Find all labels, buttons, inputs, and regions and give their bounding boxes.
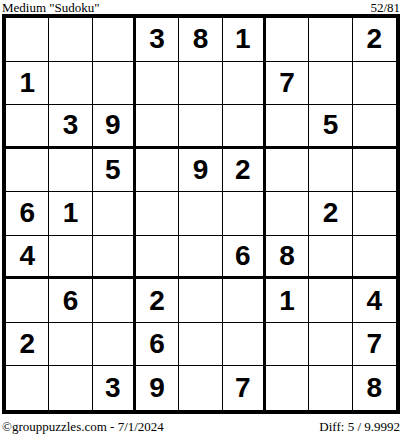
cell-r9c7[interactable] xyxy=(266,366,309,410)
cell-r2c1: 1 xyxy=(6,62,49,106)
cell-r2c6[interactable] xyxy=(223,62,266,106)
cell-r3c5[interactable] xyxy=(179,105,222,149)
cell-r8c2[interactable] xyxy=(49,323,92,367)
cell-r8c9: 7 xyxy=(353,323,396,367)
cell-r2c8[interactable] xyxy=(309,62,352,106)
cell-r2c9[interactable] xyxy=(353,62,396,106)
cell-r5c8: 2 xyxy=(309,192,352,236)
cell-r6c4[interactable] xyxy=(136,236,179,280)
copyright-date: ©grouppuzzles.com - 7/1/2024 xyxy=(2,420,164,434)
cell-r7c3[interactable] xyxy=(93,279,136,323)
cell-r2c3[interactable] xyxy=(93,62,136,106)
cell-r6c3[interactable] xyxy=(93,236,136,280)
cell-r3c1[interactable] xyxy=(6,105,49,149)
cell-r1c3[interactable] xyxy=(93,18,136,62)
cell-r6c5[interactable] xyxy=(179,236,222,280)
cell-r3c4[interactable] xyxy=(136,105,179,149)
cell-r1c1[interactable] xyxy=(6,18,49,62)
cell-r2c7: 7 xyxy=(266,62,309,106)
cell-r2c5[interactable] xyxy=(179,62,222,106)
cell-r7c9: 4 xyxy=(353,279,396,323)
puzzle-title: Medium "Sudoku" xyxy=(2,1,100,14)
sudoku-board: 38121739559261246862142673978 xyxy=(2,14,400,414)
cell-r1c9: 2 xyxy=(353,18,396,62)
cell-r5c6[interactable] xyxy=(223,192,266,236)
cell-r3c3: 9 xyxy=(93,105,136,149)
cell-r3c7[interactable] xyxy=(266,105,309,149)
cell-r2c2[interactable] xyxy=(49,62,92,106)
sudoku-page: Medium "Sudoku" 52/81 381217395592612468… xyxy=(0,0,403,437)
cell-r8c8[interactable] xyxy=(309,323,352,367)
cell-r5c9[interactable] xyxy=(353,192,396,236)
cell-r8c7[interactable] xyxy=(266,323,309,367)
cell-r4c7[interactable] xyxy=(266,149,309,193)
cell-r5c5[interactable] xyxy=(179,192,222,236)
cell-r4c4[interactable] xyxy=(136,149,179,193)
cell-r5c1: 6 xyxy=(6,192,49,236)
cell-r2c4[interactable] xyxy=(136,62,179,106)
footer: ©grouppuzzles.com - 7/1/2024 Diff: 5 / 9… xyxy=(0,414,403,434)
cell-r6c2[interactable] xyxy=(49,236,92,280)
cell-r9c8[interactable] xyxy=(309,366,352,410)
cell-r8c4: 6 xyxy=(136,323,179,367)
header: Medium "Sudoku" 52/81 xyxy=(0,0,403,14)
cell-r6c9[interactable] xyxy=(353,236,396,280)
cell-r5c3[interactable] xyxy=(93,192,136,236)
cell-r5c7[interactable] xyxy=(266,192,309,236)
cell-r8c3[interactable] xyxy=(93,323,136,367)
cell-r9c5[interactable] xyxy=(179,366,222,410)
cell-r7c7: 1 xyxy=(266,279,309,323)
cell-r1c7[interactable] xyxy=(266,18,309,62)
cell-r9c6: 7 xyxy=(223,366,266,410)
cell-r4c5: 9 xyxy=(179,149,222,193)
cell-r6c1: 4 xyxy=(6,236,49,280)
cell-r9c3: 3 xyxy=(93,366,136,410)
cell-r1c4: 3 xyxy=(136,18,179,62)
cell-r9c1[interactable] xyxy=(6,366,49,410)
cell-r7c4: 2 xyxy=(136,279,179,323)
cell-r1c6: 1 xyxy=(223,18,266,62)
cell-r1c8[interactable] xyxy=(309,18,352,62)
cell-r4c6: 2 xyxy=(223,149,266,193)
cell-r5c4[interactable] xyxy=(136,192,179,236)
cell-r5c2: 1 xyxy=(49,192,92,236)
cell-r4c8[interactable] xyxy=(309,149,352,193)
cell-r7c8[interactable] xyxy=(309,279,352,323)
cell-r6c7: 8 xyxy=(266,236,309,280)
difficulty-rating: Diff: 5 / 9.9992 xyxy=(319,420,400,434)
cell-r4c3: 5 xyxy=(93,149,136,193)
cell-r3c6[interactable] xyxy=(223,105,266,149)
cell-r7c6[interactable] xyxy=(223,279,266,323)
cell-r9c2[interactable] xyxy=(49,366,92,410)
cell-r6c8[interactable] xyxy=(309,236,352,280)
cell-r3c2: 3 xyxy=(49,105,92,149)
cell-r1c2[interactable] xyxy=(49,18,92,62)
empty-cell-counter: 52/81 xyxy=(370,1,400,14)
cell-r3c8: 5 xyxy=(309,105,352,149)
cell-r7c2: 6 xyxy=(49,279,92,323)
cell-r9c9: 8 xyxy=(353,366,396,410)
cell-r8c5[interactable] xyxy=(179,323,222,367)
cell-r6c6: 6 xyxy=(223,236,266,280)
cell-r4c1[interactable] xyxy=(6,149,49,193)
cell-r1c5: 8 xyxy=(179,18,222,62)
cell-r7c5[interactable] xyxy=(179,279,222,323)
cell-r4c9[interactable] xyxy=(353,149,396,193)
cell-r4c2[interactable] xyxy=(49,149,92,193)
cell-r3c9[interactable] xyxy=(353,105,396,149)
cell-r8c6[interactable] xyxy=(223,323,266,367)
cell-r8c1: 2 xyxy=(6,323,49,367)
cell-r7c1[interactable] xyxy=(6,279,49,323)
cell-r9c4: 9 xyxy=(136,366,179,410)
